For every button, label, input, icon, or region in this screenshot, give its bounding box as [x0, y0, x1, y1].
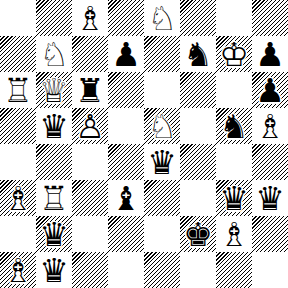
square-a7[interactable] — [0, 36, 36, 72]
black-knight-piece: ♞ — [180, 36, 216, 72]
square-c5[interactable]: ♟♙ — [72, 108, 108, 144]
white-knight-piece: ♘ — [144, 0, 180, 36]
piece-backing: ♝ — [72, 0, 108, 36]
piece-backing: ♟ — [108, 36, 144, 72]
square-h3[interactable]: ♛♛ — [252, 180, 288, 216]
square-f5[interactable] — [180, 108, 216, 144]
piece-backing: ♞ — [216, 108, 252, 144]
square-a6[interactable]: ♜♖ — [0, 72, 36, 108]
square-g1[interactable] — [216, 252, 252, 288]
square-h1[interactable] — [252, 252, 288, 288]
black-queen-piece: ♛ — [252, 180, 288, 216]
white-bishop-piece: ♗ — [216, 216, 252, 252]
square-h7[interactable]: ♟♟ — [252, 36, 288, 72]
white-pawn-piece: ♙ — [72, 108, 108, 144]
square-c7[interactable] — [72, 36, 108, 72]
square-b1[interactable]: ♛♛ — [36, 252, 72, 288]
piece-backing: ♞ — [144, 0, 180, 36]
black-pawn-piece: ♟ — [252, 36, 288, 72]
square-d5[interactable] — [108, 108, 144, 144]
piece-backing: ♝ — [252, 108, 288, 144]
piece-backing: ♞ — [144, 108, 180, 144]
piece-backing: ♜ — [36, 180, 72, 216]
square-a1[interactable]: ♝♗ — [0, 252, 36, 288]
square-c8[interactable]: ♝♗ — [72, 0, 108, 36]
square-e5[interactable]: ♞♘ — [144, 108, 180, 144]
piece-backing: ♛ — [36, 72, 72, 108]
square-b5[interactable]: ♛♛ — [36, 108, 72, 144]
black-bishop-piece: ♝ — [108, 180, 144, 216]
black-knight-piece: ♞ — [216, 108, 252, 144]
square-b7[interactable]: ♞♘ — [36, 36, 72, 72]
piece-backing: ♞ — [36, 36, 72, 72]
square-d8[interactable] — [108, 0, 144, 36]
white-knight-piece: ♘ — [36, 36, 72, 72]
square-f6[interactable] — [180, 72, 216, 108]
square-e3[interactable] — [144, 180, 180, 216]
square-g2[interactable]: ♝♗ — [216, 216, 252, 252]
square-c6[interactable]: ♜♜ — [72, 72, 108, 108]
square-h5[interactable]: ♝♗ — [252, 108, 288, 144]
black-queen-piece: ♛ — [216, 180, 252, 216]
white-bishop-piece: ♗ — [252, 108, 288, 144]
square-a8[interactable] — [0, 0, 36, 36]
black-king-piece: ♚ — [180, 216, 216, 252]
square-c4[interactable] — [72, 144, 108, 180]
black-rook-piece: ♜ — [72, 72, 108, 108]
piece-backing: ♜ — [0, 72, 36, 108]
square-b2[interactable]: ♛♛ — [36, 216, 72, 252]
black-queen-piece: ♛ — [144, 144, 180, 180]
square-b4[interactable] — [36, 144, 72, 180]
white-queen-piece: ♕ — [36, 72, 72, 108]
square-c2[interactable] — [72, 216, 108, 252]
piece-backing: ♜ — [72, 72, 108, 108]
piece-backing: ♟ — [72, 108, 108, 144]
white-king-piece: ♔ — [216, 36, 252, 72]
square-g6[interactable] — [216, 72, 252, 108]
square-d2[interactable] — [108, 216, 144, 252]
piece-backing: ♛ — [144, 144, 180, 180]
square-e7[interactable] — [144, 36, 180, 72]
piece-backing: ♟ — [252, 72, 288, 108]
square-d1[interactable] — [108, 252, 144, 288]
square-a3[interactable]: ♝♗ — [0, 180, 36, 216]
square-b3[interactable]: ♜♖ — [36, 180, 72, 216]
black-pawn-piece: ♟ — [252, 72, 288, 108]
black-queen-piece: ♛ — [36, 108, 72, 144]
square-f2[interactable]: ♚♚ — [180, 216, 216, 252]
piece-backing: ♝ — [0, 180, 36, 216]
square-d3[interactable]: ♝♝ — [108, 180, 144, 216]
square-h6[interactable]: ♟♟ — [252, 72, 288, 108]
white-rook-piece: ♖ — [0, 72, 36, 108]
piece-backing: ♟ — [252, 36, 288, 72]
square-g5[interactable]: ♞♞ — [216, 108, 252, 144]
black-pawn-piece: ♟ — [108, 36, 144, 72]
piece-backing: ♛ — [216, 180, 252, 216]
square-e2[interactable] — [144, 216, 180, 252]
square-g7[interactable]: ♚♔ — [216, 36, 252, 72]
piece-backing: ♛ — [36, 216, 72, 252]
black-queen-piece: ♛ — [36, 216, 72, 252]
square-c3[interactable] — [72, 180, 108, 216]
square-f3[interactable] — [180, 180, 216, 216]
square-h2[interactable] — [252, 216, 288, 252]
white-bishop-piece: ♗ — [0, 180, 36, 216]
square-a4[interactable] — [0, 144, 36, 180]
piece-backing: ♝ — [216, 216, 252, 252]
piece-backing: ♚ — [216, 36, 252, 72]
square-e4[interactable]: ♛♛ — [144, 144, 180, 180]
piece-backing: ♞ — [180, 36, 216, 72]
square-d4[interactable] — [108, 144, 144, 180]
white-bishop-piece: ♗ — [72, 0, 108, 36]
square-f8[interactable] — [180, 0, 216, 36]
white-knight-piece: ♘ — [144, 108, 180, 144]
piece-backing: ♚ — [180, 216, 216, 252]
square-b8[interactable] — [36, 0, 72, 36]
square-g3[interactable]: ♛♛ — [216, 180, 252, 216]
square-f1[interactable] — [180, 252, 216, 288]
square-b6[interactable]: ♛♕ — [36, 72, 72, 108]
piece-backing: ♝ — [0, 252, 36, 288]
square-g8[interactable] — [216, 0, 252, 36]
square-e1[interactable] — [144, 252, 180, 288]
square-d6[interactable] — [108, 72, 144, 108]
square-e8[interactable]: ♞♘ — [144, 0, 180, 36]
square-h4[interactable] — [252, 144, 288, 180]
white-rook-piece: ♖ — [36, 180, 72, 216]
piece-backing: ♝ — [108, 180, 144, 216]
square-h8[interactable] — [252, 0, 288, 36]
piece-backing: ♛ — [36, 108, 72, 144]
square-f7[interactable]: ♞♞ — [180, 36, 216, 72]
square-c1[interactable] — [72, 252, 108, 288]
square-g4[interactable] — [216, 144, 252, 180]
piece-backing: ♛ — [36, 252, 72, 288]
square-d7[interactable]: ♟♟ — [108, 36, 144, 72]
square-a2[interactable] — [0, 216, 36, 252]
black-queen-piece: ♛ — [36, 252, 72, 288]
white-bishop-piece: ♗ — [0, 252, 36, 288]
square-e6[interactable] — [144, 72, 180, 108]
piece-backing: ♛ — [252, 180, 288, 216]
chess-board: ♝♗♞♘♞♘♟♟♞♞♚♔♟♟♜♖♛♕♜♜♟♟♛♛♟♙♞♘♞♞♝♗♛♛♝♗♜♖♝♝… — [0, 0, 288, 288]
square-f4[interactable] — [180, 144, 216, 180]
square-a5[interactable] — [0, 108, 36, 144]
